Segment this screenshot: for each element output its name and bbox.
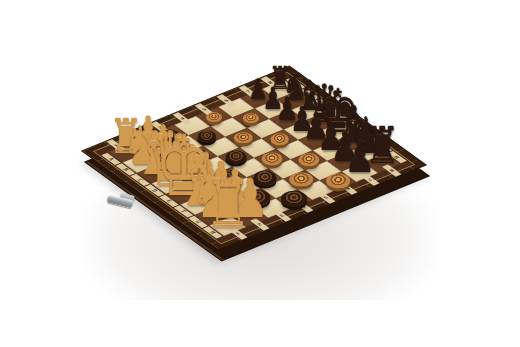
- rank-label-5: 5: [316, 191, 335, 203]
- product-photo-stage: ABCDEFGH ABCDEFGH 87654321 87654321 ♜♞♝♛…: [0, 0, 520, 347]
- rank-label-7: 7: [360, 173, 379, 185]
- rank-label-6: 6: [338, 182, 357, 194]
- rank-label-2: 2: [250, 218, 269, 230]
- rank-label-4: 4: [294, 200, 313, 212]
- rank-label-3: 3: [272, 209, 291, 221]
- rank-label-1: 1: [228, 227, 247, 239]
- rank-label-8: 8: [382, 164, 401, 176]
